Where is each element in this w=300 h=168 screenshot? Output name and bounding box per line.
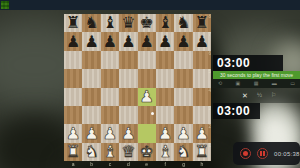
rank-label-2: 2 <box>205 124 211 142</box>
square-e4[interactable]: ♟ <box>138 88 156 106</box>
square-c3[interactable] <box>101 106 119 124</box>
square-g5[interactable] <box>174 69 192 87</box>
piece-white-pawn[interactable]: ♟ <box>121 125 135 143</box>
piece-black-pawn[interactable]: ♟ <box>121 33 135 51</box>
square-d5[interactable] <box>119 69 137 87</box>
square-g1[interactable]: ♞ <box>174 143 192 161</box>
piece-white-queen[interactable]: ♛ <box>121 143 135 161</box>
piece-white-pawn[interactable]: ♟ <box>84 125 98 143</box>
rank-label-5: 5 <box>205 69 211 87</box>
square-a1[interactable]: ♜ <box>64 143 82 161</box>
game-actions: ✕½⚐ <box>213 88 300 103</box>
piece-white-rook[interactable]: ♜ <box>66 143 80 161</box>
square-f3[interactable] <box>156 106 174 124</box>
player-clock: 03:00 <box>213 103 260 119</box>
piece-black-bishop[interactable]: ♝ <box>158 14 172 32</box>
piece-white-bishop[interactable]: ♝ <box>103 143 117 161</box>
file-labels: abcdefgh <box>64 161 211 167</box>
piece-white-bishop[interactable]: ♝ <box>158 143 172 161</box>
file-label-e: e <box>138 161 156 167</box>
square-c5[interactable] <box>101 69 119 87</box>
square-g6[interactable] <box>174 51 192 69</box>
square-a2[interactable]: ♟ <box>64 124 82 142</box>
rank-label-8: 8 <box>205 14 211 32</box>
square-f4[interactable] <box>156 88 174 106</box>
square-b6[interactable] <box>82 51 100 69</box>
first-move-banner: 30 seconds to play the first move <box>213 71 300 79</box>
square-d7[interactable]: ♟ <box>119 32 137 50</box>
rank-label-3: 3 <box>205 106 211 124</box>
square-e1[interactable]: ♚ <box>138 143 156 161</box>
rank-label-6: 6 <box>205 51 211 69</box>
file-label-h: h <box>193 161 211 167</box>
square-g4[interactable] <box>174 88 192 106</box>
file-label-a: a <box>64 161 82 167</box>
camera-icon[interactable]: ▣ <box>236 79 241 88</box>
square-d4[interactable] <box>119 88 137 106</box>
record-button[interactable] <box>240 148 251 159</box>
square-d3[interactable] <box>119 106 137 124</box>
file-label-d: d <box>119 161 137 167</box>
record-icon <box>243 151 248 156</box>
square-e7[interactable]: ♟ <box>138 32 156 50</box>
piece-black-pawn[interactable]: ♟ <box>176 33 190 51</box>
square-d1[interactable]: ♛ <box>119 143 137 161</box>
piece-black-rook[interactable]: ♜ <box>66 14 80 32</box>
square-e8[interactable]: ♚ <box>138 14 156 32</box>
square-g2[interactable]: ♟ <box>174 124 192 142</box>
square-d6[interactable] <box>119 51 137 69</box>
square-b7[interactable]: ♟ <box>82 32 100 50</box>
piece-white-pawn[interactable]: ♟ <box>176 125 190 143</box>
piece-black-queen[interactable]: ♛ <box>121 14 135 32</box>
resign-flag-icon[interactable]: ⚐ <box>271 88 276 103</box>
screen-recorder-overlay: 00:05:38 <box>233 142 300 165</box>
app-logo-icon <box>1 1 9 9</box>
close-icon[interactable]: ✕ <box>242 88 248 103</box>
file-label-c: c <box>101 161 119 167</box>
square-c4[interactable] <box>101 88 119 106</box>
file-label-b: b <box>82 161 100 167</box>
minimize-icon[interactable]: ▬ <box>272 79 277 88</box>
file-label-g: g <box>174 161 192 167</box>
square-a6[interactable] <box>64 51 82 69</box>
piece-white-pawn[interactable]: ♟ <box>66 125 80 143</box>
panel-toolbar: ⟲▣▦▬▭ <box>213 79 300 88</box>
square-c8[interactable]: ♝ <box>101 14 119 32</box>
title-bar <box>0 0 300 10</box>
piece-white-pawn[interactable]: ♟ <box>140 88 154 106</box>
piece-black-knight[interactable]: ♞ <box>176 14 190 32</box>
square-f1[interactable]: ♝ <box>156 143 174 161</box>
square-b5[interactable] <box>82 69 100 87</box>
app-window: ♜♞♝♛♚♝♞♜♟♟♟♟♟♟♟♟♟♟♟♟♟♟♟♟♜♞♝♛♚♝♞♜ abcdefg… <box>0 0 300 168</box>
square-e5[interactable] <box>138 69 156 87</box>
square-d8[interactable]: ♛ <box>119 14 137 32</box>
recording-time: 00:05:38 <box>274 151 300 157</box>
square-d2[interactable]: ♟ <box>119 124 137 142</box>
piece-black-pawn[interactable]: ♟ <box>158 33 172 51</box>
square-c7[interactable]: ♟ <box>101 32 119 50</box>
square-e3[interactable] <box>138 106 156 124</box>
opponent-clock: 03:00 <box>213 55 283 71</box>
rank-labels: 87654321 <box>205 14 211 161</box>
square-c1[interactable]: ♝ <box>101 143 119 161</box>
undo-icon[interactable]: ⟲ <box>218 79 222 88</box>
piece-white-king[interactable]: ♚ <box>140 143 154 161</box>
square-e2[interactable] <box>138 124 156 142</box>
square-b3[interactable] <box>82 106 100 124</box>
piece-white-pawn[interactable]: ♟ <box>158 125 172 143</box>
square-a5[interactable] <box>64 69 82 87</box>
piece-white-knight[interactable]: ♞ <box>84 143 98 161</box>
square-f8[interactable]: ♝ <box>156 14 174 32</box>
piece-black-bishop[interactable]: ♝ <box>103 14 117 32</box>
piece-black-pawn[interactable]: ♟ <box>66 33 80 51</box>
chat-icon[interactable]: ▭ <box>290 79 295 88</box>
square-g7[interactable]: ♟ <box>174 32 192 50</box>
square-c6[interactable] <box>101 51 119 69</box>
rank-label-4: 4 <box>205 88 211 106</box>
square-f5[interactable] <box>156 69 174 87</box>
piece-black-king[interactable]: ♚ <box>140 14 154 32</box>
square-b8[interactable]: ♞ <box>82 14 100 32</box>
piece-black-pawn[interactable]: ♟ <box>84 33 98 51</box>
board-layout-icon[interactable]: ▦ <box>254 79 259 88</box>
chess-board: ♜♞♝♛♚♝♞♜♟♟♟♟♟♟♟♟♟♟♟♟♟♟♟♟♜♞♝♛♚♝♞♜ <box>64 14 211 161</box>
square-b1[interactable]: ♞ <box>82 143 100 161</box>
cursor-dot <box>151 112 154 115</box>
square-a3[interactable] <box>64 106 82 124</box>
rank-label-7: 7 <box>205 32 211 50</box>
piece-black-knight[interactable]: ♞ <box>84 14 98 32</box>
square-f6[interactable] <box>156 51 174 69</box>
game-side-panel: 03:00 30 seconds to play the first move … <box>213 55 300 119</box>
square-a4[interactable] <box>64 88 82 106</box>
file-label-f: f <box>156 161 174 167</box>
square-f7[interactable]: ♟ <box>156 32 174 50</box>
piece-black-pawn[interactable]: ♟ <box>140 33 154 51</box>
piece-white-pawn[interactable]: ♟ <box>103 125 117 143</box>
square-b2[interactable]: ♟ <box>82 124 100 142</box>
square-a7[interactable]: ♟ <box>64 32 82 50</box>
square-a8[interactable]: ♜ <box>64 14 82 32</box>
square-b4[interactable] <box>82 88 100 106</box>
square-f2[interactable]: ♟ <box>156 124 174 142</box>
piece-white-knight[interactable]: ♞ <box>176 143 190 161</box>
rank-label-1: 1 <box>205 143 211 161</box>
square-g8[interactable]: ♞ <box>174 14 192 32</box>
square-e6[interactable] <box>138 51 156 69</box>
pause-icon <box>260 151 265 156</box>
square-c2[interactable]: ♟ <box>101 124 119 142</box>
pause-button[interactable] <box>257 148 268 159</box>
square-g3[interactable] <box>174 106 192 124</box>
piece-black-pawn[interactable]: ♟ <box>103 33 117 51</box>
draw-offer-icon[interactable]: ½ <box>257 88 262 103</box>
